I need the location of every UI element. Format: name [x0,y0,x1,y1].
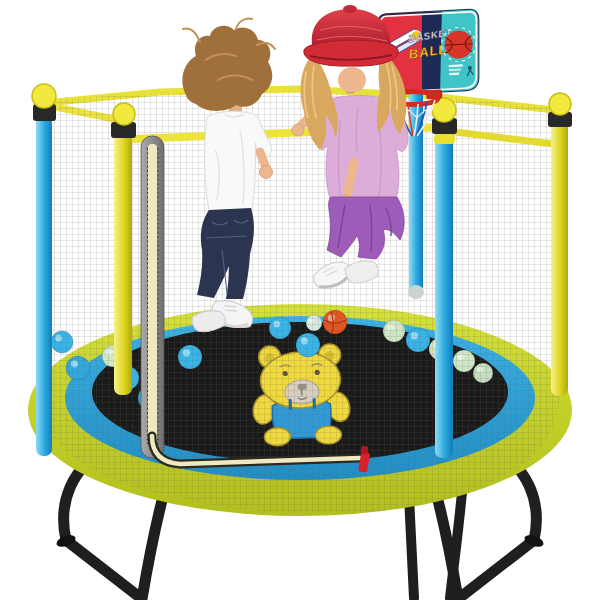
pole-right-blue [435,128,453,458]
pole-left-yellow [114,128,132,395]
girl-hat-knob [343,5,357,13]
trampoline-scene: BASKET BALL [0,0,600,600]
product-photo: BASKET BALL [0,0,600,600]
pole-right-yellow [551,116,568,396]
girl-hat-brim [304,40,398,66]
hoop-mount-pole [409,84,423,294]
pole-cap-ball [549,93,571,115]
pole-left-blue [36,116,52,456]
girl-hand [292,124,304,136]
pole-cap-ball [32,84,56,108]
girl-face [338,67,366,93]
boy-hand [260,166,273,179]
pole-collar [434,134,455,144]
boy-hair [182,26,272,111]
hoop-pole-end-cap [408,285,424,299]
pole-cap-ball [113,103,135,125]
zipper-stripe [148,144,157,444]
